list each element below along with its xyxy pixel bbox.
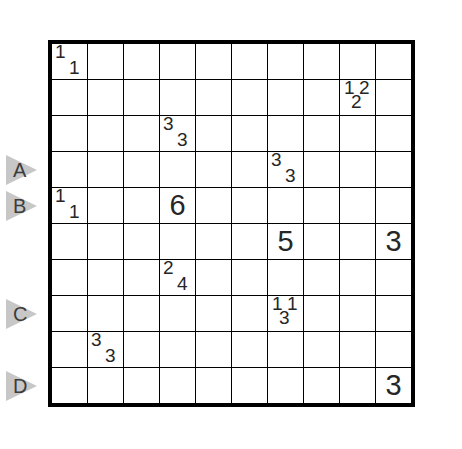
cell-r3c6[interactable] xyxy=(232,116,267,151)
tapa-clue-digit: 1 xyxy=(69,58,80,77)
cell-r5c6[interactable] xyxy=(232,188,267,223)
cell-r4c1[interactable] xyxy=(52,152,87,187)
cell-r1c10[interactable] xyxy=(376,44,411,79)
cell-r2c6[interactable] xyxy=(232,80,267,115)
cell-r9c2[interactable]: 33 xyxy=(88,332,123,367)
row-marker-c: C xyxy=(6,299,37,329)
cell-r1c3[interactable] xyxy=(124,44,159,79)
cell-r7c2[interactable] xyxy=(88,260,123,295)
cell-r3c4[interactable]: 33 xyxy=(160,116,195,151)
cell-r1c2[interactable] xyxy=(88,44,123,79)
cell-r6c10[interactable]: 3 xyxy=(376,224,411,259)
tapa-clue-digit: 4 xyxy=(177,274,188,293)
cell-r10c2[interactable] xyxy=(88,368,123,403)
cell-r7c8[interactable] xyxy=(304,260,339,295)
row-marker-d: D xyxy=(6,371,37,401)
cell-r8c5[interactable] xyxy=(196,296,231,331)
tapa-clue-digit: 1 xyxy=(55,42,66,61)
cell-r2c10[interactable] xyxy=(376,80,411,115)
cell-r6c9[interactable] xyxy=(340,224,375,259)
cell-r4c5[interactable] xyxy=(196,152,231,187)
tapa-clue-digit: 3 xyxy=(163,114,174,133)
cell-r10c7[interactable] xyxy=(268,368,303,403)
cell-r9c8[interactable] xyxy=(304,332,339,367)
cell-r8c8[interactable] xyxy=(304,296,339,331)
cell-r9c5[interactable] xyxy=(196,332,231,367)
cell-r4c2[interactable] xyxy=(88,152,123,187)
tapa-board: 1112233331165324113333 xyxy=(48,40,415,407)
cell-r2c4[interactable] xyxy=(160,80,195,115)
cell-r4c9[interactable] xyxy=(340,152,375,187)
cell-r5c4[interactable]: 6 xyxy=(160,188,195,223)
tapa-clue-digit: 3 xyxy=(271,150,282,169)
cell-r3c2[interactable] xyxy=(88,116,123,151)
tapa-clue-digit: 3 xyxy=(385,371,401,400)
cell-r9c6[interactable] xyxy=(232,332,267,367)
tapa-clue-digit: 3 xyxy=(105,346,116,365)
cell-r5c8[interactable] xyxy=(304,188,339,223)
cell-r7c5[interactable] xyxy=(196,260,231,295)
tapa-clue-digit: 1 xyxy=(69,202,80,221)
cell-r2c9[interactable]: 122 xyxy=(340,80,375,115)
cell-r7c9[interactable] xyxy=(340,260,375,295)
cell-r10c3[interactable] xyxy=(124,368,159,403)
tapa-clue-digit: 3 xyxy=(177,130,188,149)
cell-r4c10[interactable] xyxy=(376,152,411,187)
cell-r1c4[interactable] xyxy=(160,44,195,79)
row-marker-b: B xyxy=(6,191,37,221)
cell-r10c10[interactable]: 3 xyxy=(376,368,411,403)
cell-r8c6[interactable] xyxy=(232,296,267,331)
cell-r3c9[interactable] xyxy=(340,116,375,151)
cell-r10c5[interactable] xyxy=(196,368,231,403)
cell-r8c2[interactable] xyxy=(88,296,123,331)
cell-r8c9[interactable] xyxy=(340,296,375,331)
cell-r7c1[interactable] xyxy=(52,260,87,295)
cell-r6c7[interactable]: 5 xyxy=(268,224,303,259)
tapa-clue-digit: 3 xyxy=(285,166,296,185)
cell-r7c4[interactable]: 24 xyxy=(160,260,195,295)
tapa-clue-digit: 2 xyxy=(351,92,362,111)
row-marker-label: D xyxy=(13,376,27,396)
cell-r9c10[interactable] xyxy=(376,332,411,367)
cell-r5c10[interactable] xyxy=(376,188,411,223)
tapa-clue-digit: 1 xyxy=(55,186,66,205)
cell-r10c1[interactable] xyxy=(52,368,87,403)
cell-r1c1[interactable]: 11 xyxy=(52,44,87,79)
tapa-clue-digit: 3 xyxy=(385,227,401,256)
cell-r7c3[interactable] xyxy=(124,260,159,295)
cell-r2c5[interactable] xyxy=(196,80,231,115)
cell-r4c6[interactable] xyxy=(232,152,267,187)
cell-r7c10[interactable] xyxy=(376,260,411,295)
cell-r2c2[interactable] xyxy=(88,80,123,115)
cell-r5c1[interactable]: 11 xyxy=(52,188,87,223)
tapa-puzzle-canvas: 1112233331165324113333 ABCD xyxy=(0,0,462,449)
cell-r9c1[interactable] xyxy=(52,332,87,367)
row-marker-a: A xyxy=(6,155,37,185)
cell-r3c7[interactable] xyxy=(268,116,303,151)
cell-r5c2[interactable] xyxy=(88,188,123,223)
cell-r6c4[interactable] xyxy=(160,224,195,259)
cell-r1c8[interactable] xyxy=(304,44,339,79)
cell-r6c1[interactable] xyxy=(52,224,87,259)
cell-r5c5[interactable] xyxy=(196,188,231,223)
cell-r3c5[interactable] xyxy=(196,116,231,151)
cell-r4c3[interactable] xyxy=(124,152,159,187)
cell-r8c4[interactable] xyxy=(160,296,195,331)
cell-r3c1[interactable] xyxy=(52,116,87,151)
cell-r10c9[interactable] xyxy=(340,368,375,403)
cell-r5c3[interactable] xyxy=(124,188,159,223)
cell-r1c5[interactable] xyxy=(196,44,231,79)
cell-r2c7[interactable] xyxy=(268,80,303,115)
cell-r9c9[interactable] xyxy=(340,332,375,367)
cell-r6c3[interactable] xyxy=(124,224,159,259)
cell-r2c1[interactable] xyxy=(52,80,87,115)
cell-r9c7[interactable] xyxy=(268,332,303,367)
tapa-clue-digit: 3 xyxy=(279,308,290,327)
cell-r10c4[interactable] xyxy=(160,368,195,403)
row-marker-label: A xyxy=(13,160,26,180)
cell-r5c7[interactable] xyxy=(268,188,303,223)
cell-r3c8[interactable] xyxy=(304,116,339,151)
tapa-clue-digit: 2 xyxy=(163,258,174,277)
cell-r4c4[interactable] xyxy=(160,152,195,187)
cell-r7c6[interactable] xyxy=(232,260,267,295)
tapa-clue-digit: 3 xyxy=(91,330,102,349)
cell-r4c8[interactable] xyxy=(304,152,339,187)
cell-r8c3[interactable] xyxy=(124,296,159,331)
cell-r6c2[interactable] xyxy=(88,224,123,259)
cell-r2c8[interactable] xyxy=(304,80,339,115)
cell-r1c9[interactable] xyxy=(340,44,375,79)
cell-r3c10[interactable] xyxy=(376,116,411,151)
tapa-clue-digit: 6 xyxy=(169,191,185,220)
cell-r9c3[interactable] xyxy=(124,332,159,367)
cell-r5c9[interactable] xyxy=(340,188,375,223)
cell-r6c8[interactable] xyxy=(304,224,339,259)
cell-r1c6[interactable] xyxy=(232,44,267,79)
cell-r1c7[interactable] xyxy=(268,44,303,79)
cell-r8c7[interactable]: 113 xyxy=(268,296,303,331)
cell-r6c5[interactable] xyxy=(196,224,231,259)
row-marker-label: B xyxy=(13,196,26,216)
cell-r8c10[interactable] xyxy=(376,296,411,331)
cell-r4c7[interactable]: 33 xyxy=(268,152,303,187)
tapa-clue-digit: 5 xyxy=(277,227,293,256)
cell-r8c1[interactable] xyxy=(52,296,87,331)
cell-r10c8[interactable] xyxy=(304,368,339,403)
cell-r9c4[interactable] xyxy=(160,332,195,367)
cell-r6c6[interactable] xyxy=(232,224,267,259)
cell-r7c7[interactable] xyxy=(268,260,303,295)
row-marker-label: C xyxy=(13,304,27,324)
cell-r10c6[interactable] xyxy=(232,368,267,403)
cell-r2c3[interactable] xyxy=(124,80,159,115)
cell-r3c3[interactable] xyxy=(124,116,159,151)
